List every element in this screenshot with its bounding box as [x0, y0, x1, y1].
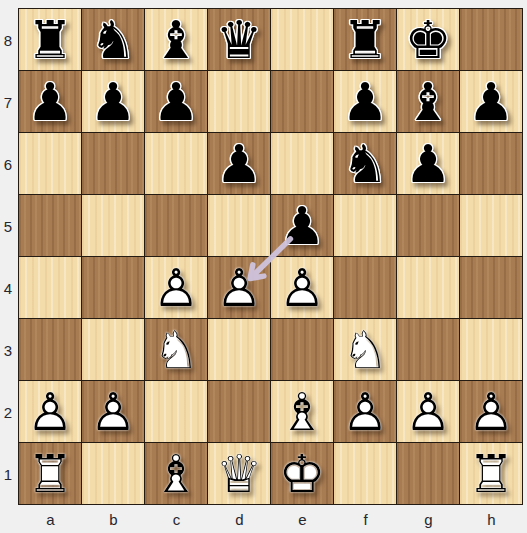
- square-a6[interactable]: [19, 133, 81, 194]
- piece-white-pawn[interactable]: ♟♙: [208, 257, 270, 318]
- square-d6[interactable]: ♟: [208, 133, 270, 194]
- square-f4[interactable]: [334, 257, 396, 318]
- square-b5[interactable]: [82, 195, 144, 256]
- square-e8[interactable]: [271, 9, 333, 70]
- square-b7[interactable]: ♟: [82, 71, 144, 132]
- square-d8[interactable]: ♛: [208, 9, 270, 70]
- black-pawn-icon: ♟: [82, 71, 144, 132]
- square-g3[interactable]: [397, 319, 459, 380]
- square-a5[interactable]: [19, 195, 81, 256]
- board-grid: ♜♞♝♛♜♚♟♟♟♟♝♟♟♞♟♟♟♙♟♙♟♙♞♘♞♘♟♙♟♙♝♗♟♙♟♙♟♙♜♖…: [19, 9, 522, 504]
- square-f3[interactable]: ♞♘: [334, 319, 396, 380]
- rank-label-1: 1: [0, 443, 16, 505]
- square-c3[interactable]: ♞♘: [145, 319, 207, 380]
- piece-white-bishop[interactable]: ♝♗: [145, 443, 207, 504]
- square-c8[interactable]: ♝: [145, 9, 207, 70]
- black-pawn-icon: ♟: [271, 195, 333, 256]
- black-pawn-icon: ♟: [460, 71, 522, 132]
- piece-white-pawn[interactable]: ♟♙: [271, 257, 333, 318]
- square-f1[interactable]: [334, 443, 396, 504]
- chess-board: ♜♞♝♛♜♚♟♟♟♟♝♟♟♞♟♟♟♙♟♙♟♙♞♘♞♘♟♙♟♙♝♗♟♙♟♙♟♙♜♖…: [18, 8, 523, 505]
- piece-black-bishop[interactable]: ♝: [145, 9, 207, 70]
- square-e4[interactable]: ♟♙: [271, 257, 333, 318]
- square-e5[interactable]: ♟: [271, 195, 333, 256]
- white-bishop-outline-icon: ♗: [271, 381, 333, 442]
- file-label-f: f: [334, 505, 397, 533]
- square-g1[interactable]: [397, 443, 459, 504]
- square-c4[interactable]: ♟♙: [145, 257, 207, 318]
- piece-white-pawn[interactable]: ♟♙: [145, 257, 207, 318]
- square-h8[interactable]: [460, 9, 522, 70]
- square-d5[interactable]: [208, 195, 270, 256]
- piece-black-pawn[interactable]: ♟: [145, 71, 207, 132]
- white-knight-outline-icon: ♘: [145, 319, 207, 380]
- piece-white-bishop[interactable]: ♝♗: [271, 381, 333, 442]
- white-queen-outline-icon: ♕: [208, 443, 270, 504]
- square-h6[interactable]: [460, 133, 522, 194]
- chess-gui: 87654321 ♜♞♝♛♜♚♟♟♟♟♝♟♟♞♟♟♟♙♟♙♟♙♞♘♞♘♟♙♟♙♝…: [0, 0, 527, 533]
- square-c1[interactable]: ♝♗: [145, 443, 207, 504]
- square-d7[interactable]: [208, 71, 270, 132]
- square-d3[interactable]: [208, 319, 270, 380]
- square-a4[interactable]: [19, 257, 81, 318]
- square-e2[interactable]: ♝♗: [271, 381, 333, 442]
- square-c7[interactable]: ♟: [145, 71, 207, 132]
- white-pawn-outline-icon: ♙: [82, 381, 144, 442]
- square-g4[interactable]: [397, 257, 459, 318]
- piece-black-king[interactable]: ♚: [397, 9, 459, 70]
- piece-black-knight[interactable]: ♞: [82, 9, 144, 70]
- square-h5[interactable]: [460, 195, 522, 256]
- white-pawn-outline-icon: ♙: [19, 381, 81, 442]
- rank-label-5: 5: [0, 195, 16, 257]
- piece-white-pawn[interactable]: ♟♙: [334, 381, 396, 442]
- white-pawn-outline-icon: ♙: [271, 257, 333, 318]
- square-f5[interactable]: [334, 195, 396, 256]
- square-c2[interactable]: [145, 381, 207, 442]
- square-e3[interactable]: [271, 319, 333, 380]
- white-pawn-outline-icon: ♙: [460, 381, 522, 442]
- rank-label-7: 7: [0, 71, 16, 133]
- piece-black-pawn[interactable]: ♟: [271, 195, 333, 256]
- piece-black-bishop[interactable]: ♝: [397, 71, 459, 132]
- square-e6[interactable]: [271, 133, 333, 194]
- square-a8[interactable]: ♜: [19, 9, 81, 70]
- square-g7[interactable]: ♝: [397, 71, 459, 132]
- piece-white-pawn[interactable]: ♟♙: [397, 381, 459, 442]
- piece-black-knight[interactable]: ♞: [334, 133, 396, 194]
- black-bishop-icon: ♝: [145, 9, 207, 70]
- square-b6[interactable]: [82, 133, 144, 194]
- square-b2[interactable]: ♟♙: [82, 381, 144, 442]
- piece-white-rook[interactable]: ♜♖: [19, 443, 81, 504]
- square-b4[interactable]: [82, 257, 144, 318]
- file-label-b: b: [82, 505, 145, 533]
- piece-white-knight[interactable]: ♞♘: [145, 319, 207, 380]
- white-king-outline-icon: ♔: [271, 443, 333, 504]
- piece-black-rook[interactable]: ♜: [334, 9, 396, 70]
- file-label-d: d: [208, 505, 271, 533]
- black-knight-icon: ♞: [82, 9, 144, 70]
- square-g8[interactable]: ♚: [397, 9, 459, 70]
- black-king-icon: ♚: [397, 9, 459, 70]
- file-label-a: a: [19, 505, 82, 533]
- square-a2[interactable]: ♟♙: [19, 381, 81, 442]
- white-rook-outline-icon: ♖: [19, 443, 81, 504]
- square-f2[interactable]: ♟♙: [334, 381, 396, 442]
- square-a1[interactable]: ♜♖: [19, 443, 81, 504]
- square-h1[interactable]: ♜♖: [460, 443, 522, 504]
- black-rook-icon: ♜: [19, 9, 81, 70]
- piece-black-queen[interactable]: ♛: [208, 9, 270, 70]
- black-pawn-icon: ♟: [334, 71, 396, 132]
- file-label-c: c: [145, 505, 208, 533]
- rank-label-3: 3: [0, 319, 16, 381]
- piece-white-pawn[interactable]: ♟♙: [460, 381, 522, 442]
- square-g2[interactable]: ♟♙: [397, 381, 459, 442]
- white-knight-outline-icon: ♘: [334, 319, 396, 380]
- piece-white-pawn[interactable]: ♟♙: [19, 381, 81, 442]
- square-b1[interactable]: [82, 443, 144, 504]
- square-h3[interactable]: [460, 319, 522, 380]
- piece-black-pawn[interactable]: ♟: [397, 133, 459, 194]
- rank-label-6: 6: [0, 133, 16, 195]
- square-a3[interactable]: [19, 319, 81, 380]
- white-pawn-outline-icon: ♙: [334, 381, 396, 442]
- square-e7[interactable]: [271, 71, 333, 132]
- rank-labels: 87654321: [0, 8, 18, 505]
- black-pawn-icon: ♟: [145, 71, 207, 132]
- piece-black-pawn[interactable]: ♟: [334, 71, 396, 132]
- white-pawn-outline-icon: ♙: [397, 381, 459, 442]
- piece-black-rook[interactable]: ♜: [19, 9, 81, 70]
- black-bishop-icon: ♝: [397, 71, 459, 132]
- square-a7[interactable]: ♟: [19, 71, 81, 132]
- square-d2[interactable]: [208, 381, 270, 442]
- piece-white-rook[interactable]: ♜♖: [460, 443, 522, 504]
- piece-black-pawn[interactable]: ♟: [208, 133, 270, 194]
- white-rook-outline-icon: ♖: [460, 443, 522, 504]
- file-labels: abcdefgh: [18, 505, 523, 533]
- square-b3[interactable]: [82, 319, 144, 380]
- piece-white-king[interactable]: ♚♔: [271, 443, 333, 504]
- square-f7[interactable]: ♟: [334, 71, 396, 132]
- square-c5[interactable]: [145, 195, 207, 256]
- square-h7[interactable]: ♟: [460, 71, 522, 132]
- piece-black-pawn[interactable]: ♟: [460, 71, 522, 132]
- rank-label-2: 2: [0, 381, 16, 443]
- file-label-g: g: [397, 505, 460, 533]
- black-pawn-icon: ♟: [208, 133, 270, 194]
- rank-label-4: 4: [0, 257, 16, 319]
- white-pawn-outline-icon: ♙: [145, 257, 207, 318]
- square-f8[interactable]: ♜: [334, 9, 396, 70]
- square-h2[interactable]: ♟♙: [460, 381, 522, 442]
- square-d4[interactable]: ♟♙: [208, 257, 270, 318]
- square-h4[interactable]: [460, 257, 522, 318]
- rank-label-8: 8: [0, 9, 16, 71]
- piece-white-pawn[interactable]: ♟♙: [82, 381, 144, 442]
- black-rook-icon: ♜: [334, 9, 396, 70]
- file-label-h: h: [460, 505, 523, 533]
- file-label-e: e: [271, 505, 334, 533]
- square-b8[interactable]: ♞: [82, 9, 144, 70]
- white-pawn-outline-icon: ♙: [208, 257, 270, 318]
- black-queen-icon: ♛: [208, 9, 270, 70]
- piece-black-pawn[interactable]: ♟: [82, 71, 144, 132]
- square-g5[interactable]: [397, 195, 459, 256]
- square-g6[interactable]: ♟: [397, 133, 459, 194]
- piece-black-pawn[interactable]: ♟: [19, 71, 81, 132]
- piece-white-queen[interactable]: ♛♕: [208, 443, 270, 504]
- square-e1[interactable]: ♚♔: [271, 443, 333, 504]
- square-f6[interactable]: ♞: [334, 133, 396, 194]
- black-knight-icon: ♞: [334, 133, 396, 194]
- white-bishop-outline-icon: ♗: [145, 443, 207, 504]
- square-d1[interactable]: ♛♕: [208, 443, 270, 504]
- piece-white-knight[interactable]: ♞♘: [334, 319, 396, 380]
- square-c6[interactable]: [145, 133, 207, 194]
- black-pawn-icon: ♟: [19, 71, 81, 132]
- black-pawn-icon: ♟: [397, 133, 459, 194]
